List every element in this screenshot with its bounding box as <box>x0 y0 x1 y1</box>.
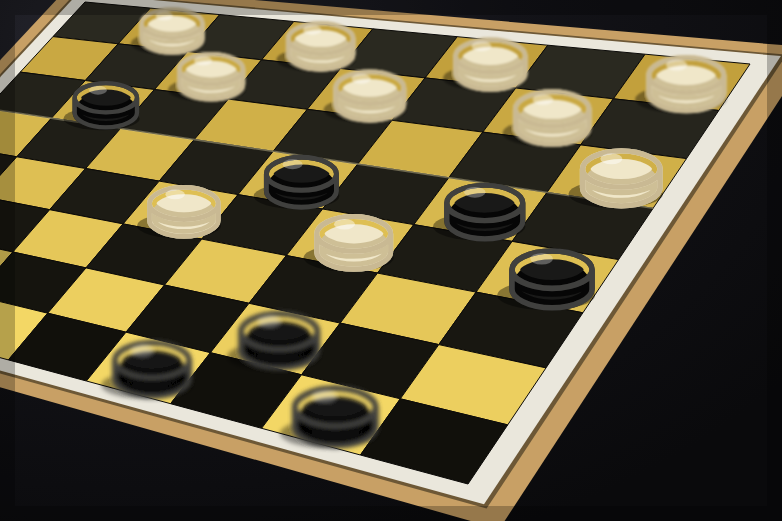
piece-ring-glyph: ⛀ <box>504 205 599 338</box>
checker-black-c7r4: ⛂⛀ <box>497 205 599 338</box>
piece-highlight <box>530 253 553 264</box>
piece-highlight <box>666 60 687 71</box>
piece-highlight <box>464 187 485 198</box>
piece-highlight <box>351 74 370 84</box>
piece-highlight <box>194 56 212 65</box>
piece-highlight <box>600 153 622 164</box>
piece-highlight <box>132 346 153 357</box>
piece-highlight <box>334 219 355 230</box>
checker-black-c1r2: ⛂⛀ <box>63 48 143 151</box>
piece-highlight <box>165 190 185 200</box>
piece-ring-glyph: ⛀ <box>287 342 383 476</box>
piece-highlight <box>472 41 492 51</box>
piece-ring-glyph: ⛀ <box>173 18 249 123</box>
checker-black-c6r7: ⛂⛀ <box>280 342 383 476</box>
piece-ring-glyph: ⛀ <box>69 48 143 151</box>
piece-ring-glyph: ⛀ <box>108 301 197 424</box>
checkers-board-photo: ⛂⛀⛂⛀⛂⛀⛂⛀⛂⛀⛂⛀⛂⛀⛂⛀⛂⛀⛂⛀⛂⛀⛂⛀⛂⛀⛂⛀⛂⛀⛂⛀⛂⛀ <box>0 0 782 521</box>
piece-highlight <box>258 316 280 327</box>
piece-highlight <box>89 86 107 95</box>
piece-highlight <box>303 25 321 34</box>
piece-highlight <box>283 159 303 169</box>
piece-ring-glyph: ⛀ <box>143 148 225 262</box>
checkers-photo-scene: ⛂⛀⛂⛀⛂⛀⛂⛀⛂⛀⛂⛀⛂⛀⛂⛀⛂⛀⛂⛀⛂⛀⛂⛀⛂⛀⛂⛀⛂⛀⛂⛀⛂⛀ <box>0 0 782 521</box>
checker-white-c2r1: ⛂⛀ <box>168 18 249 123</box>
checker-white-c3r4: ⛂⛀ <box>137 148 225 262</box>
piece-highlight <box>313 391 336 402</box>
checker-black-c4r7: ⛂⛀ <box>101 301 196 424</box>
piece-highlight <box>533 94 554 104</box>
